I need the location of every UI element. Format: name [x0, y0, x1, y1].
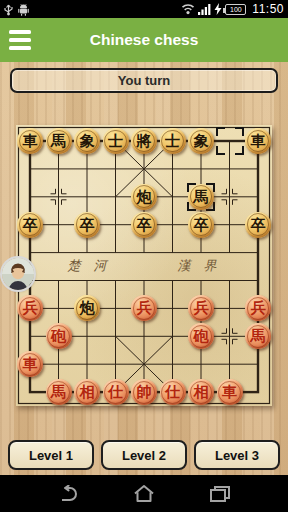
piece-p[interactable]: 卒: [17, 212, 43, 238]
status-bar: 100 11:50: [0, 0, 288, 18]
piece-p[interactable]: 卒: [74, 212, 100, 238]
opponent-avatar: [2, 258, 34, 290]
home-button[interactable]: [124, 479, 164, 509]
piece-r[interactable]: 車: [17, 128, 43, 154]
piece-a[interactable]: 士: [103, 128, 129, 154]
piece-B[interactable]: 相: [188, 379, 214, 405]
app-title: Chinese chess: [0, 18, 288, 62]
battery-percent: 100: [230, 6, 242, 13]
level-2-button[interactable]: Level 2: [101, 440, 187, 470]
signal-icon: [198, 3, 211, 15]
piece-B[interactable]: 相: [74, 379, 100, 405]
piece-p[interactable]: 卒: [188, 212, 214, 238]
android-nav-bar: [0, 475, 288, 512]
piece-A[interactable]: 仕: [160, 379, 186, 405]
piece-N[interactable]: 馬: [46, 379, 72, 405]
piece-R[interactable]: 車: [217, 379, 243, 405]
level-3-button[interactable]: Level 3: [194, 440, 280, 470]
piece-k[interactable]: 將: [131, 128, 157, 154]
app-header: Chinese chess: [0, 18, 288, 62]
piece-p[interactable]: 卒: [131, 212, 157, 238]
piece-r[interactable]: 車: [245, 128, 271, 154]
wifi-icon: [181, 3, 195, 15]
turn-status-label: You turn: [118, 73, 170, 88]
piece-n[interactable]: 馬: [46, 128, 72, 154]
piece-P[interactable]: 兵: [188, 295, 214, 321]
piece-C[interactable]: 砲: [46, 323, 72, 349]
piece-R[interactable]: 車: [17, 351, 43, 377]
charging-icon: [214, 3, 222, 15]
piece-b[interactable]: 象: [74, 128, 100, 154]
turn-status-banner: You turn: [10, 68, 278, 93]
piece-a[interactable]: 士: [160, 128, 186, 154]
piece-c[interactable]: 炮: [131, 184, 157, 210]
piece-P[interactable]: 兵: [131, 295, 157, 321]
level-button-row: Level 1 Level 2 Level 3: [8, 440, 280, 470]
back-button[interactable]: [48, 479, 88, 509]
piece-b[interactable]: 象: [188, 128, 214, 154]
piece-p[interactable]: 卒: [245, 212, 271, 238]
piece-P[interactable]: 兵: [245, 295, 271, 321]
app-screen: 100 11:50 Chinese chess You turn 楚河 漢界 車…: [0, 0, 288, 512]
android-icon: [18, 3, 29, 16]
river-label-right: 漢界: [165, 257, 230, 275]
piece-P[interactable]: 兵: [17, 295, 43, 321]
clock: 11:50: [252, 2, 284, 16]
piece-K[interactable]: 帥: [131, 379, 157, 405]
xiangqi-board[interactable]: 楚河 漢界 車馬象士將士象車炮馬卒卒卒卒卒兵炮兵兵兵砲砲馬車馬相仕帥仕相車: [16, 125, 272, 406]
piece-c[interactable]: 炮: [74, 295, 100, 321]
piece-A[interactable]: 仕: [103, 379, 129, 405]
last-move-mark: [216, 127, 244, 155]
piece-N[interactable]: 馬: [245, 323, 271, 349]
piece-n[interactable]: 馬: [188, 184, 214, 210]
level-1-button[interactable]: Level 1: [8, 440, 94, 470]
river-label-left: 楚河: [55, 257, 120, 275]
piece-C[interactable]: 砲: [188, 323, 214, 349]
battery-icon: 100: [225, 4, 246, 15]
recents-button[interactable]: [200, 479, 240, 509]
usb-icon: [4, 3, 13, 16]
